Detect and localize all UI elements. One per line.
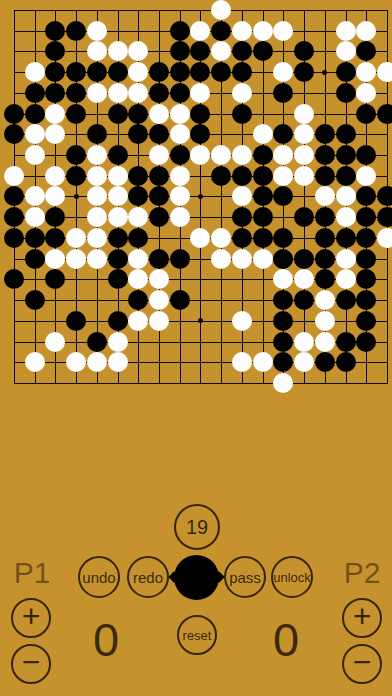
black-stone <box>190 104 210 124</box>
black-stone <box>232 62 252 82</box>
black-stone <box>25 228 45 248</box>
undo-button[interactable]: undo <box>78 556 120 598</box>
white-stone <box>336 186 356 206</box>
black-stone <box>66 311 86 331</box>
white-stone <box>315 332 335 352</box>
white-stone <box>25 124 45 144</box>
black-stone <box>170 21 190 41</box>
white-stone <box>294 104 314 124</box>
white-stone <box>108 83 128 103</box>
white-stone <box>149 311 169 331</box>
unlock-button[interactable]: unlock <box>271 556 313 598</box>
white-stone <box>232 83 252 103</box>
white-stone <box>108 166 128 186</box>
white-stone <box>336 41 356 61</box>
white-stone <box>253 124 273 144</box>
black-stone <box>4 104 24 124</box>
white-stone <box>108 352 128 372</box>
black-stone <box>66 21 86 41</box>
white-stone <box>170 207 190 227</box>
white-stone <box>336 269 356 289</box>
player2-plus-button[interactable]: + <box>342 598 382 638</box>
black-stone <box>315 207 335 227</box>
black-stone <box>336 124 356 144</box>
white-stone <box>25 207 45 227</box>
white-stone <box>377 228 392 248</box>
black-stone <box>108 62 128 82</box>
white-stone <box>45 249 65 269</box>
black-stone <box>170 145 190 165</box>
white-stone <box>25 62 45 82</box>
white-stone <box>87 21 107 41</box>
white-stone <box>253 21 273 41</box>
white-stone <box>45 332 65 352</box>
player1-minus-button[interactable]: − <box>11 644 51 684</box>
black-stone <box>356 249 376 269</box>
black-stone <box>108 145 128 165</box>
black-stone <box>253 207 273 227</box>
white-stone <box>108 186 128 206</box>
white-stone <box>356 166 376 186</box>
white-stone <box>232 249 252 269</box>
white-stone <box>87 166 107 186</box>
white-stone <box>66 249 86 269</box>
player1-plus-button[interactable]: + <box>11 598 51 638</box>
white-stone <box>211 249 231 269</box>
white-stone <box>25 145 45 165</box>
board-size-button[interactable]: 19 <box>174 504 220 550</box>
black-stone <box>315 166 335 186</box>
black-stone <box>377 207 392 227</box>
white-stone <box>170 166 190 186</box>
white-stone <box>273 373 293 393</box>
black-stone <box>232 104 252 124</box>
black-stone <box>66 83 86 103</box>
white-stone <box>273 21 293 41</box>
go-board[interactable] <box>0 0 392 393</box>
black-stone <box>211 21 231 41</box>
black-stone <box>315 352 335 372</box>
black-stone <box>25 249 45 269</box>
redo-button[interactable]: redo <box>127 556 169 598</box>
black-stone <box>108 269 128 289</box>
white-stone <box>356 21 376 41</box>
black-stone <box>253 228 273 248</box>
player1-score: 0 <box>86 612 126 668</box>
white-stone <box>149 145 169 165</box>
black-stone <box>128 104 148 124</box>
black-stone <box>66 166 86 186</box>
black-stone <box>170 249 190 269</box>
black-stone <box>25 290 45 310</box>
black-stone <box>108 104 128 124</box>
black-stone <box>315 228 335 248</box>
black-stone <box>336 332 356 352</box>
black-stone <box>253 41 273 61</box>
current-player-stone-button[interactable] <box>174 555 219 600</box>
black-stone <box>356 332 376 352</box>
white-stone <box>149 104 169 124</box>
white-stone <box>253 249 273 269</box>
black-stone <box>273 249 293 269</box>
white-stone <box>108 332 128 352</box>
player2-score: 0 <box>266 612 306 668</box>
black-stone <box>315 249 335 269</box>
black-stone <box>108 311 128 331</box>
white-stone <box>25 352 45 372</box>
white-stone <box>108 41 128 61</box>
white-stone <box>170 104 190 124</box>
black-stone <box>294 249 314 269</box>
black-stone <box>232 228 252 248</box>
black-stone <box>128 166 148 186</box>
white-stone <box>108 207 128 227</box>
white-stone <box>232 21 252 41</box>
black-stone <box>315 145 335 165</box>
black-stone <box>149 83 169 103</box>
black-stone <box>108 249 128 269</box>
black-stone <box>377 104 392 124</box>
black-stone <box>253 145 273 165</box>
black-stone <box>87 62 107 82</box>
black-stone <box>336 83 356 103</box>
white-stone <box>232 145 252 165</box>
white-stone <box>336 21 356 41</box>
black-stone <box>170 83 190 103</box>
black-stone <box>336 290 356 310</box>
star-point <box>198 194 203 199</box>
white-stone <box>87 249 107 269</box>
white-stone <box>232 311 252 331</box>
white-stone <box>87 207 107 227</box>
black-stone <box>336 145 356 165</box>
white-stone <box>66 228 86 248</box>
white-stone <box>377 62 392 82</box>
white-stone <box>315 311 335 331</box>
black-stone <box>4 228 24 248</box>
black-stone <box>232 166 252 186</box>
player1-label: P1 <box>10 556 54 590</box>
black-stone <box>336 228 356 248</box>
player2-minus-button[interactable]: − <box>342 644 382 684</box>
white-stone <box>87 228 107 248</box>
black-stone <box>66 104 86 124</box>
black-stone <box>356 311 376 331</box>
white-stone <box>87 83 107 103</box>
white-stone <box>253 352 273 372</box>
black-stone <box>211 166 231 186</box>
white-stone <box>87 145 107 165</box>
white-stone <box>170 124 190 144</box>
white-stone <box>45 104 65 124</box>
black-stone <box>273 332 293 352</box>
white-stone <box>4 166 24 186</box>
black-stone <box>25 83 45 103</box>
black-stone <box>149 249 169 269</box>
black-stone <box>336 352 356 372</box>
pass-button[interactable]: pass <box>224 556 266 598</box>
go-app: 19 P1 undo redo pass unlock P2 + 0 reset… <box>0 0 392 696</box>
black-stone <box>25 104 45 124</box>
white-stone <box>128 249 148 269</box>
black-stone <box>253 166 273 186</box>
white-stone <box>336 249 356 269</box>
black-stone <box>87 332 107 352</box>
reset-button[interactable]: reset <box>177 615 217 655</box>
black-stone <box>336 166 356 186</box>
black-stone <box>336 62 356 82</box>
black-stone <box>149 166 169 186</box>
black-stone <box>356 104 376 124</box>
white-stone <box>294 166 314 186</box>
star-point <box>74 194 79 199</box>
black-stone <box>108 228 128 248</box>
black-stone <box>170 290 190 310</box>
black-stone <box>170 62 190 82</box>
player2-label: P2 <box>338 556 386 590</box>
white-stone <box>294 332 314 352</box>
white-stone <box>336 207 356 227</box>
white-stone <box>315 290 335 310</box>
